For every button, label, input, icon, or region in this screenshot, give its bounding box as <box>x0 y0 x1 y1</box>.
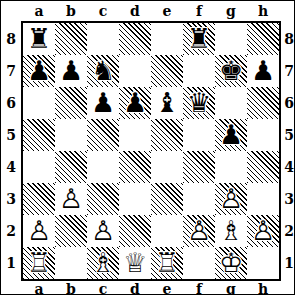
file-label-e-bottom: e <box>151 281 183 295</box>
file-label-e-top: e <box>151 3 183 19</box>
rank-label-1-right: 1 <box>282 247 295 279</box>
file-label-f-top: f <box>183 3 215 19</box>
rank-label-6-right: 6 <box>282 87 295 119</box>
white-rook-a1: ♖ <box>23 247 55 279</box>
white-rook-e1: ♖ <box>151 247 183 279</box>
square-a2[interactable]: ♟♙ <box>23 215 55 247</box>
square-g3[interactable]: ♟♙ <box>215 183 247 215</box>
file-label-h-top: h <box>247 3 279 19</box>
square-g2[interactable]: ♝♗ <box>215 215 247 247</box>
white-queen-d1: ♕ <box>119 247 151 279</box>
rank-labels-left: 87654321 <box>4 23 18 279</box>
square-c2[interactable]: ♟♙ <box>87 215 119 247</box>
file-labels-bottom: abcdefgh <box>23 281 279 295</box>
square-c6[interactable]: ♟♟ <box>87 87 119 119</box>
rank-label-1-left: 1 <box>4 247 18 279</box>
square-b1[interactable] <box>55 247 87 279</box>
square-h6[interactable] <box>247 87 279 119</box>
square-f5[interactable] <box>183 119 215 151</box>
black-rook-f8: ♜ <box>183 23 215 55</box>
square-a5[interactable] <box>23 119 55 151</box>
black-pawn-a7: ♟ <box>23 55 55 87</box>
square-f8[interactable]: ♜♜ <box>183 23 215 55</box>
square-h1[interactable] <box>247 247 279 279</box>
square-c5[interactable] <box>87 119 119 151</box>
square-h5[interactable] <box>247 119 279 151</box>
square-f1[interactable] <box>183 247 215 279</box>
square-d6[interactable]: ♟♟ <box>119 87 151 119</box>
square-h8[interactable] <box>247 23 279 55</box>
rank-label-3-right: 3 <box>282 183 295 215</box>
white-pawn-c2: ♙ <box>87 215 119 247</box>
square-g7[interactable]: ♚♚ <box>215 55 247 87</box>
black-queen-f6: ♛ <box>183 87 215 119</box>
rank-label-5-left: 5 <box>4 119 18 151</box>
square-c1[interactable]: ♝♗ <box>87 247 119 279</box>
square-h7[interactable]: ♟♟ <box>247 55 279 87</box>
square-c8[interactable] <box>87 23 119 55</box>
black-pawn-g5: ♟ <box>215 119 247 151</box>
rank-label-5-right: 5 <box>282 119 295 151</box>
rank-label-7-left: 7 <box>4 55 18 87</box>
square-g1[interactable]: ♚♔ <box>215 247 247 279</box>
square-a4[interactable] <box>23 151 55 183</box>
white-pawn-g3: ♙ <box>215 183 247 215</box>
black-king-g7: ♚ <box>215 55 247 87</box>
square-d3[interactable] <box>119 183 151 215</box>
chess-diagram: abcdefgh 87654321 ♜♜♜♜♟♟♟♟♞♞♚♚♟♟♟♟♟♟♝♝♛♛… <box>0 0 295 295</box>
file-label-a-bottom: a <box>23 281 55 295</box>
rank-label-2-left: 2 <box>4 215 18 247</box>
square-h4[interactable] <box>247 151 279 183</box>
white-pawn-b3: ♙ <box>55 183 87 215</box>
square-a8[interactable]: ♜♜ <box>23 23 55 55</box>
file-label-g-bottom: g <box>215 281 247 295</box>
black-pawn-c6: ♟ <box>87 87 119 119</box>
file-labels-top: abcdefgh <box>23 3 279 19</box>
square-f3[interactable] <box>183 183 215 215</box>
square-c7[interactable]: ♞♞ <box>87 55 119 87</box>
file-label-h-bottom: h <box>247 281 279 295</box>
square-h3[interactable] <box>247 183 279 215</box>
black-pawn-d6: ♟ <box>119 87 151 119</box>
square-e7[interactable] <box>151 55 183 87</box>
rank-label-8-left: 8 <box>4 23 18 55</box>
square-a6[interactable] <box>23 87 55 119</box>
square-e6[interactable]: ♝♝ <box>151 87 183 119</box>
square-g6[interactable] <box>215 87 247 119</box>
square-g4[interactable] <box>215 151 247 183</box>
file-label-b-bottom: b <box>55 281 87 295</box>
square-b3[interactable]: ♟♙ <box>55 183 87 215</box>
square-d4[interactable] <box>119 151 151 183</box>
black-bishop-e6: ♝ <box>151 87 183 119</box>
file-label-a-top: a <box>23 3 55 19</box>
black-rook-a8: ♜ <box>23 23 55 55</box>
square-d5[interactable] <box>119 119 151 151</box>
square-c4[interactable] <box>87 151 119 183</box>
rank-label-2-right: 2 <box>282 215 295 247</box>
black-pawn-b7: ♟ <box>55 55 87 87</box>
square-b2[interactable] <box>55 215 87 247</box>
square-g8[interactable] <box>215 23 247 55</box>
square-g5[interactable]: ♟♟ <box>215 119 247 151</box>
file-label-c-top: c <box>87 3 119 19</box>
file-label-f-bottom: f <box>183 281 215 295</box>
square-e5[interactable] <box>151 119 183 151</box>
square-e3[interactable] <box>151 183 183 215</box>
square-a3[interactable] <box>23 183 55 215</box>
rank-label-8-right: 8 <box>282 23 295 55</box>
white-bishop-g2: ♗ <box>215 215 247 247</box>
square-b8[interactable] <box>55 23 87 55</box>
square-b5[interactable] <box>55 119 87 151</box>
square-a1[interactable]: ♜♖ <box>23 247 55 279</box>
square-f2[interactable]: ♟♙ <box>183 215 215 247</box>
square-a7[interactable]: ♟♟ <box>23 55 55 87</box>
rank-label-4-left: 4 <box>4 151 18 183</box>
rank-label-6-left: 6 <box>4 87 18 119</box>
square-b4[interactable] <box>55 151 87 183</box>
rank-label-3-left: 3 <box>4 183 18 215</box>
black-pawn-h7: ♟ <box>247 55 279 87</box>
square-e1[interactable]: ♜♖ <box>151 247 183 279</box>
square-f4[interactable] <box>183 151 215 183</box>
file-label-c-bottom: c <box>87 281 119 295</box>
square-e4[interactable] <box>151 151 183 183</box>
rank-label-7-right: 7 <box>282 55 295 87</box>
white-bishop-c1: ♗ <box>87 247 119 279</box>
rank-labels-right: 87654321 <box>282 23 295 279</box>
chess-board: ♜♜♜♜♟♟♟♟♞♞♚♚♟♟♟♟♟♟♝♝♛♛♟♟♟♙♟♙♟♙♟♙♟♙♝♗♟♙♜♖… <box>21 21 281 281</box>
black-knight-c7: ♞ <box>87 55 119 87</box>
square-d2[interactable] <box>119 215 151 247</box>
square-b7[interactable]: ♟♟ <box>55 55 87 87</box>
white-king-g1: ♔ <box>215 247 247 279</box>
file-label-g-top: g <box>215 3 247 19</box>
file-label-d-top: d <box>119 3 151 19</box>
square-d1[interactable]: ♛♕ <box>119 247 151 279</box>
square-d8[interactable] <box>119 23 151 55</box>
square-d7[interactable] <box>119 55 151 87</box>
square-e2[interactable] <box>151 215 183 247</box>
white-pawn-a2: ♙ <box>23 215 55 247</box>
white-pawn-h2: ♙ <box>247 215 279 247</box>
square-h2[interactable]: ♟♙ <box>247 215 279 247</box>
white-pawn-f2: ♙ <box>183 215 215 247</box>
square-f7[interactable] <box>183 55 215 87</box>
square-c3[interactable] <box>87 183 119 215</box>
square-f6[interactable]: ♛♛ <box>183 87 215 119</box>
square-b6[interactable] <box>55 87 87 119</box>
rank-label-4-right: 4 <box>282 151 295 183</box>
file-label-b-top: b <box>55 3 87 19</box>
square-e8[interactable] <box>151 23 183 55</box>
file-label-d-bottom: d <box>119 281 151 295</box>
